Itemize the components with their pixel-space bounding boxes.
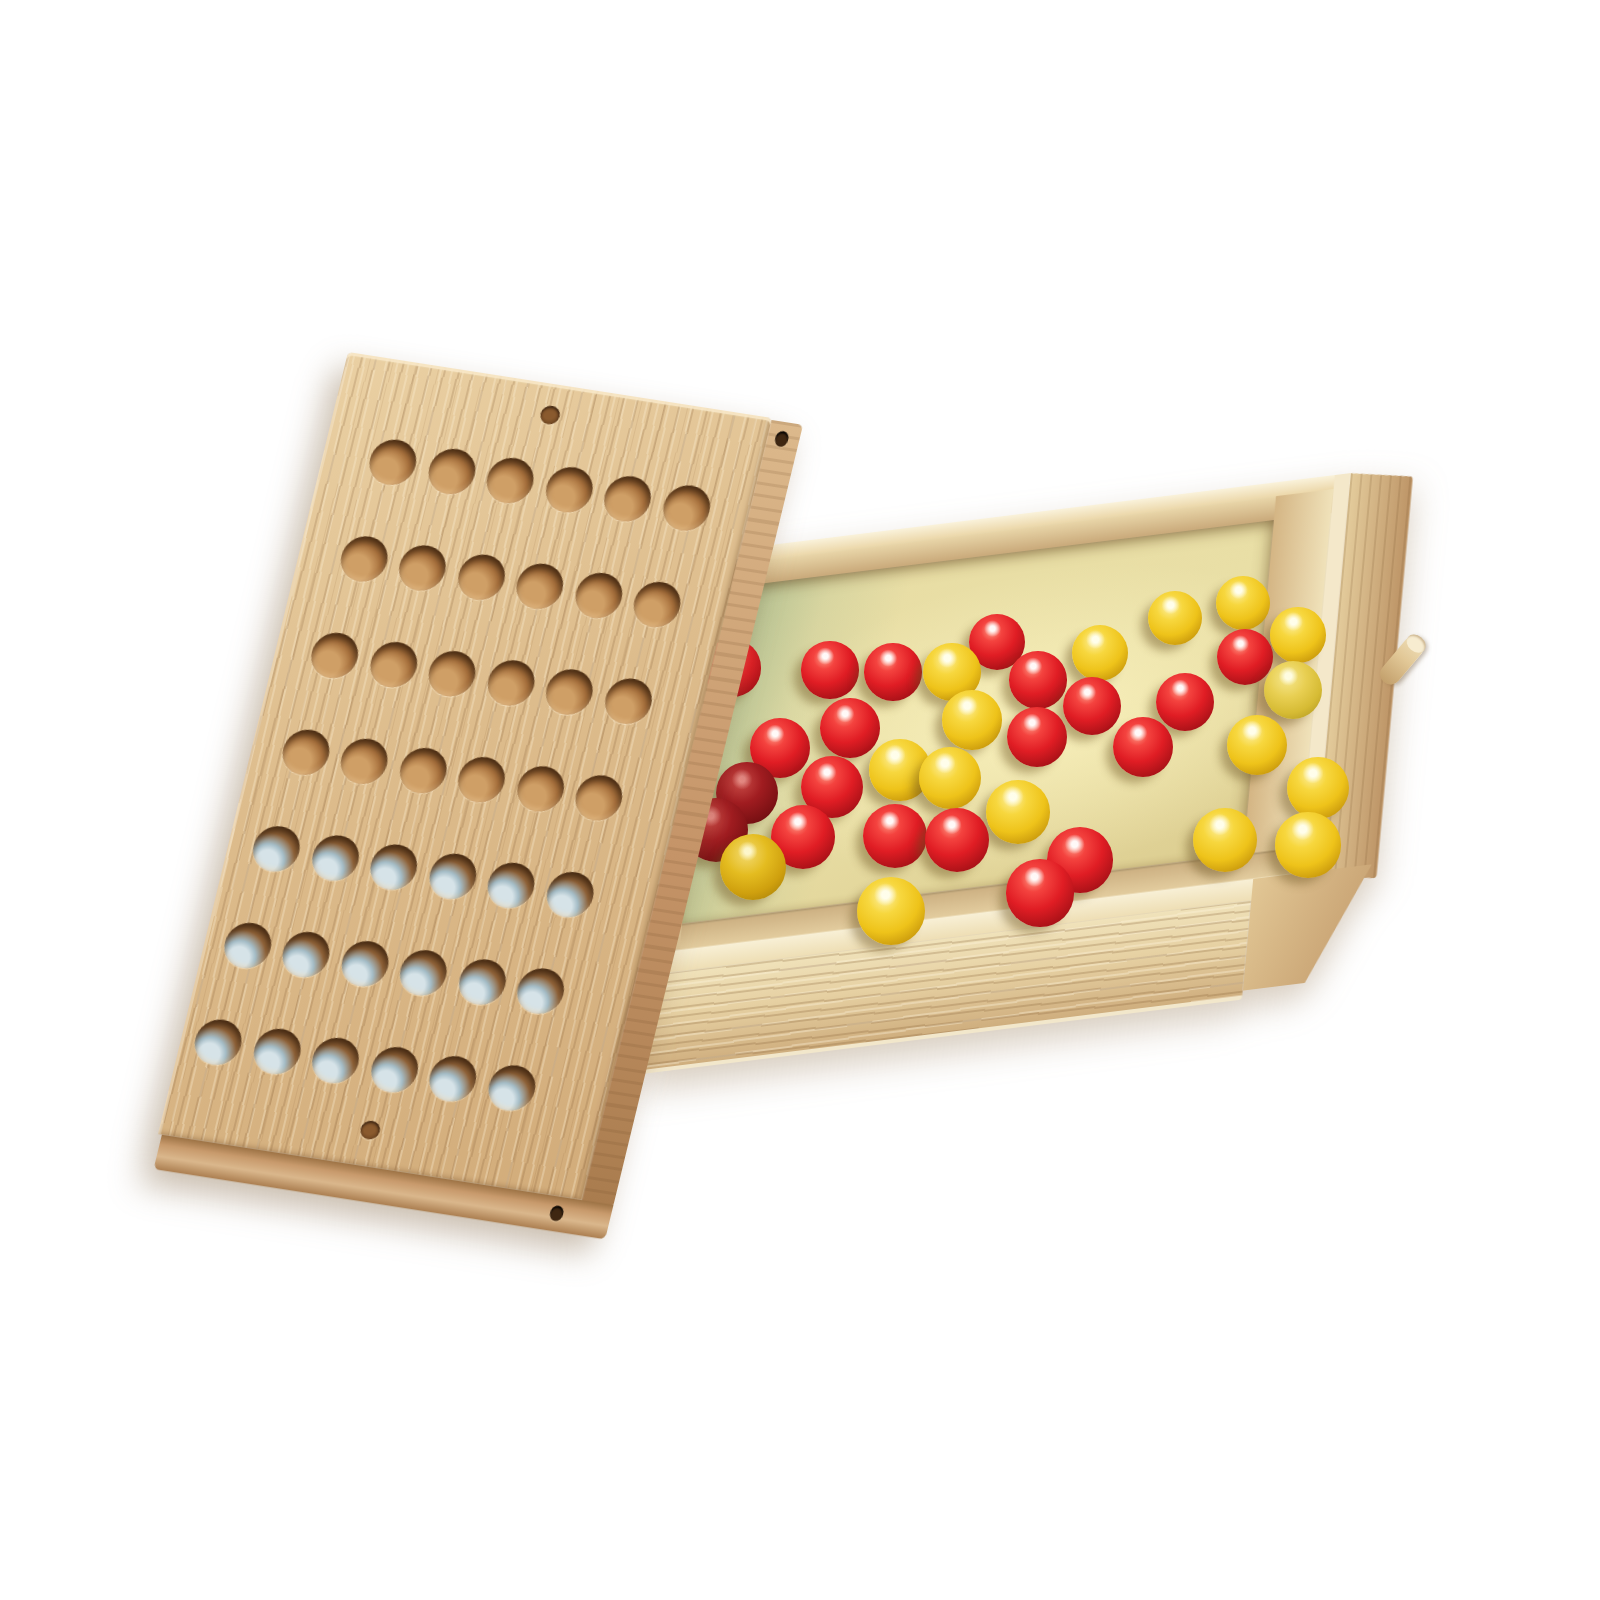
ball-yellow-24[interactable] xyxy=(1270,607,1326,663)
ball-yellow-22[interactable] xyxy=(1216,576,1270,630)
ball-red-19[interactable] xyxy=(1006,859,1073,926)
ball-red-9[interactable] xyxy=(1113,717,1174,778)
ball-red-8[interactable] xyxy=(1217,629,1274,686)
ball-yellow-30[interactable] xyxy=(986,780,1050,844)
ball-red-10[interactable] xyxy=(1007,707,1067,767)
ball-yellow-34[interactable] xyxy=(1275,812,1340,877)
ball-red-18[interactable] xyxy=(925,808,990,873)
ball-red-5[interactable] xyxy=(1009,651,1067,709)
ball-yellow-35[interactable] xyxy=(720,834,786,900)
ball-yellow-29[interactable] xyxy=(919,747,981,809)
ball-yellow-31[interactable] xyxy=(1227,715,1288,776)
ball-yellow-33[interactable] xyxy=(1193,808,1258,873)
ball-red-6[interactable] xyxy=(1063,677,1122,736)
ball-yellow-25[interactable] xyxy=(1264,661,1322,719)
ball-red-3[interactable] xyxy=(864,643,921,700)
ball-red-2[interactable] xyxy=(801,641,858,698)
ball-red-11[interactable] xyxy=(820,698,880,758)
ball-yellow-21[interactable] xyxy=(1148,591,1203,646)
ball-yellow-27[interactable] xyxy=(942,690,1001,749)
ball-yellow-32[interactable] xyxy=(1287,757,1349,819)
ball-yellow-23[interactable] xyxy=(1072,625,1128,681)
product-photo-scene xyxy=(0,0,1600,1600)
ball-red-17[interactable] xyxy=(863,804,928,869)
ball-yellow-36[interactable] xyxy=(857,877,925,945)
ball-red-7[interactable] xyxy=(1156,673,1215,732)
